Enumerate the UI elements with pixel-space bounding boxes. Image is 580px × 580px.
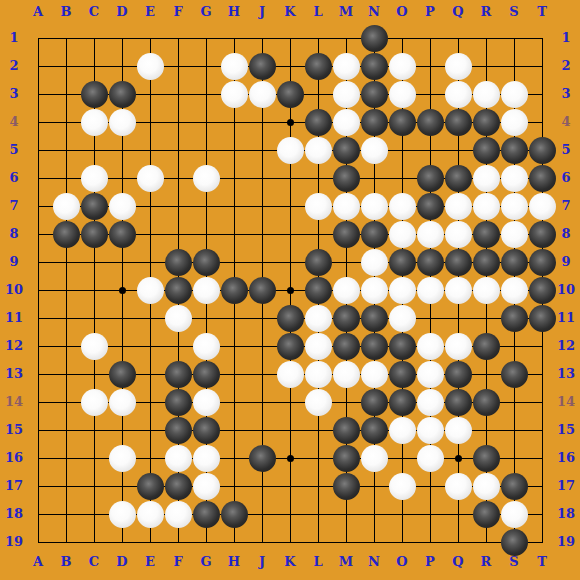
bottom-col-label-P: P: [416, 552, 444, 572]
bottom-col-label-Q: Q: [444, 552, 472, 572]
white-stone-S18[interactable]: [501, 501, 528, 528]
bottom-col-label-R: R: [472, 552, 500, 572]
black-stone-D3[interactable]: [109, 81, 136, 108]
bottom-col-label-S: S: [500, 552, 528, 572]
black-stone-G18[interactable]: [193, 501, 220, 528]
black-stone-N15[interactable]: [361, 417, 388, 444]
black-stone-L10[interactable]: [305, 277, 332, 304]
right-row-label-9: 9: [553, 248, 579, 276]
white-stone-N7[interactable]: [361, 193, 388, 220]
black-stone-R18[interactable]: [473, 501, 500, 528]
black-stone-S13[interactable]: [501, 361, 528, 388]
right-row-label-2: 2: [553, 52, 579, 80]
white-stone-D16[interactable]: [109, 445, 136, 472]
bottom-col-label-M: M: [332, 552, 360, 572]
white-stone-O7[interactable]: [389, 193, 416, 220]
black-stone-P7[interactable]: [417, 193, 444, 220]
top-col-label-C: C: [80, 2, 108, 22]
bottom-col-label-N: N: [360, 552, 388, 572]
top-col-label-H: H: [220, 2, 248, 22]
left-row-label-18: 18: [1, 500, 27, 528]
white-stone-P13[interactable]: [417, 361, 444, 388]
right-row-label-13: 13: [553, 360, 579, 388]
white-stone-P12[interactable]: [417, 333, 444, 360]
white-stone-M13[interactable]: [333, 361, 360, 388]
white-stone-M3[interactable]: [333, 81, 360, 108]
white-stone-S3[interactable]: [501, 81, 528, 108]
bottom-col-label-L: L: [304, 552, 332, 572]
black-stone-L2[interactable]: [305, 53, 332, 80]
left-row-label-15: 15: [1, 416, 27, 444]
left-row-label-1: 1: [1, 24, 27, 52]
bottom-col-label-G: G: [192, 552, 220, 572]
right-row-label-10: 10: [553, 276, 579, 304]
white-stone-F11[interactable]: [165, 305, 192, 332]
black-stone-T11[interactable]: [529, 305, 556, 332]
black-stone-M8[interactable]: [333, 221, 360, 248]
black-stone-R12[interactable]: [473, 333, 500, 360]
white-stone-E18[interactable]: [137, 501, 164, 528]
white-stone-E6[interactable]: [137, 165, 164, 192]
black-stone-F9[interactable]: [165, 249, 192, 276]
right-row-label-1: 1: [553, 24, 579, 52]
right-row-label-12: 12: [553, 332, 579, 360]
white-stone-L7[interactable]: [305, 193, 332, 220]
white-stone-Q2[interactable]: [445, 53, 472, 80]
black-stone-N11[interactable]: [361, 305, 388, 332]
white-stone-L5[interactable]: [305, 137, 332, 164]
white-stone-R17[interactable]: [473, 473, 500, 500]
black-stone-O12[interactable]: [389, 333, 416, 360]
white-stone-D4[interactable]: [109, 109, 136, 136]
top-col-label-E: E: [136, 2, 164, 22]
white-stone-P8[interactable]: [417, 221, 444, 248]
white-stone-P14[interactable]: [417, 389, 444, 416]
go-board[interactable]: ABCDEFGHJKLMNOPQRST ABCDEFGHJKLMNOPQRST …: [0, 0, 580, 580]
black-stone-N4[interactable]: [361, 109, 388, 136]
white-stone-Q17[interactable]: [445, 473, 472, 500]
top-col-label-D: D: [108, 2, 136, 22]
right-row-label-5: 5: [553, 136, 579, 164]
white-stone-E2[interactable]: [137, 53, 164, 80]
black-stone-R5[interactable]: [473, 137, 500, 164]
white-stone-G6[interactable]: [193, 165, 220, 192]
white-stone-D14[interactable]: [109, 389, 136, 416]
top-col-label-M: M: [332, 2, 360, 22]
white-stone-M10[interactable]: [333, 277, 360, 304]
stones-grid[interactable]: [24, 24, 556, 556]
left-row-label-2: 2: [1, 52, 27, 80]
left-row-label-6: 6: [1, 164, 27, 192]
top-col-label-A: A: [24, 2, 52, 22]
black-stone-O9[interactable]: [389, 249, 416, 276]
black-stone-R9[interactable]: [473, 249, 500, 276]
white-stone-O10[interactable]: [389, 277, 416, 304]
right-row-label-8: 8: [553, 220, 579, 248]
right-row-label-17: 17: [553, 472, 579, 500]
white-stone-O2[interactable]: [389, 53, 416, 80]
white-stone-L12[interactable]: [305, 333, 332, 360]
black-stone-H10[interactable]: [221, 277, 248, 304]
black-stone-M17[interactable]: [333, 473, 360, 500]
white-stone-P16[interactable]: [417, 445, 444, 472]
white-stone-C14[interactable]: [81, 389, 108, 416]
white-stone-M4[interactable]: [333, 109, 360, 136]
left-row-label-7: 7: [1, 192, 27, 220]
top-col-label-O: O: [388, 2, 416, 22]
white-stone-S4[interactable]: [501, 109, 528, 136]
black-stone-Q4[interactable]: [445, 109, 472, 136]
white-stone-G16[interactable]: [193, 445, 220, 472]
left-row-label-9: 9: [1, 248, 27, 276]
black-stone-N2[interactable]: [361, 53, 388, 80]
black-stone-M12[interactable]: [333, 333, 360, 360]
black-stone-K11[interactable]: [277, 305, 304, 332]
black-stone-F13[interactable]: [165, 361, 192, 388]
black-stone-K3[interactable]: [277, 81, 304, 108]
left-row-label-3: 3: [1, 80, 27, 108]
black-stone-S17[interactable]: [501, 473, 528, 500]
white-stone-S10[interactable]: [501, 277, 528, 304]
top-col-label-T: T: [528, 2, 556, 22]
right-row-label-7: 7: [553, 192, 579, 220]
white-stone-O3[interactable]: [389, 81, 416, 108]
black-stone-M11[interactable]: [333, 305, 360, 332]
top-col-label-B: B: [52, 2, 80, 22]
bottom-col-label-C: C: [80, 552, 108, 572]
white-stone-Q8[interactable]: [445, 221, 472, 248]
bottom-col-label-J: J: [248, 552, 276, 572]
white-stone-H3[interactable]: [221, 81, 248, 108]
black-stone-K12[interactable]: [277, 333, 304, 360]
black-stone-H18[interactable]: [221, 501, 248, 528]
white-stone-H2[interactable]: [221, 53, 248, 80]
black-stone-M16[interactable]: [333, 445, 360, 472]
bottom-col-label-T: T: [528, 552, 556, 572]
top-col-label-R: R: [472, 2, 500, 22]
top-col-label-N: N: [360, 2, 388, 22]
white-stone-C4[interactable]: [81, 109, 108, 136]
black-stone-B8[interactable]: [53, 221, 80, 248]
black-stone-Q14[interactable]: [445, 389, 472, 416]
left-row-label-13: 13: [1, 360, 27, 388]
black-stone-T6[interactable]: [529, 165, 556, 192]
white-stone-T7[interactable]: [529, 193, 556, 220]
black-stone-R14[interactable]: [473, 389, 500, 416]
black-stone-M6[interactable]: [333, 165, 360, 192]
white-stone-G17[interactable]: [193, 473, 220, 500]
black-stone-R8[interactable]: [473, 221, 500, 248]
white-stone-D18[interactable]: [109, 501, 136, 528]
white-stone-J3[interactable]: [249, 81, 276, 108]
left-row-label-4: 4: [1, 108, 27, 136]
bottom-col-label-E: E: [136, 552, 164, 572]
white-stone-G12[interactable]: [193, 333, 220, 360]
black-stone-S9[interactable]: [501, 249, 528, 276]
top-col-label-J: J: [248, 2, 276, 22]
right-row-label-4: 4: [553, 108, 579, 136]
white-stone-D7[interactable]: [109, 193, 136, 220]
white-stone-M2[interactable]: [333, 53, 360, 80]
black-stone-F10[interactable]: [165, 277, 192, 304]
black-stone-E17[interactable]: [137, 473, 164, 500]
black-stone-F15[interactable]: [165, 417, 192, 444]
bottom-col-label-F: F: [164, 552, 192, 572]
left-row-label-8: 8: [1, 220, 27, 248]
white-stone-Q3[interactable]: [445, 81, 472, 108]
black-stone-Q13[interactable]: [445, 361, 472, 388]
white-stone-L14[interactable]: [305, 389, 332, 416]
bottom-col-label-H: H: [220, 552, 248, 572]
black-stone-J10[interactable]: [249, 277, 276, 304]
black-stone-T5[interactable]: [529, 137, 556, 164]
white-stone-N13[interactable]: [361, 361, 388, 388]
white-stone-G14[interactable]: [193, 389, 220, 416]
top-col-label-S: S: [500, 2, 528, 22]
black-stone-G13[interactable]: [193, 361, 220, 388]
black-stone-P9[interactable]: [417, 249, 444, 276]
black-stone-N8[interactable]: [361, 221, 388, 248]
white-stone-L11[interactable]: [305, 305, 332, 332]
black-stone-N12[interactable]: [361, 333, 388, 360]
white-stone-N10[interactable]: [361, 277, 388, 304]
white-stone-O8[interactable]: [389, 221, 416, 248]
white-stone-P15[interactable]: [417, 417, 444, 444]
left-row-label-14: 14: [1, 388, 27, 416]
white-stone-S8[interactable]: [501, 221, 528, 248]
left-row-label-5: 5: [1, 136, 27, 164]
black-stone-L4[interactable]: [305, 109, 332, 136]
white-stone-F18[interactable]: [165, 501, 192, 528]
top-col-label-P: P: [416, 2, 444, 22]
white-stone-M7[interactable]: [333, 193, 360, 220]
left-row-label-12: 12: [1, 332, 27, 360]
top-col-label-L: L: [304, 2, 332, 22]
black-stone-T9[interactable]: [529, 249, 556, 276]
white-stone-Q15[interactable]: [445, 417, 472, 444]
left-row-label-10: 10: [1, 276, 27, 304]
black-stone-S11[interactable]: [501, 305, 528, 332]
white-stone-C12[interactable]: [81, 333, 108, 360]
white-stone-L13[interactable]: [305, 361, 332, 388]
black-stone-F17[interactable]: [165, 473, 192, 500]
black-stone-O4[interactable]: [389, 109, 416, 136]
right-row-label-11: 11: [553, 304, 579, 332]
right-row-label-16: 16: [553, 444, 579, 472]
black-stone-O13[interactable]: [389, 361, 416, 388]
black-stone-R4[interactable]: [473, 109, 500, 136]
black-stone-G15[interactable]: [193, 417, 220, 444]
left-row-label-17: 17: [1, 472, 27, 500]
black-stone-C7[interactable]: [81, 193, 108, 220]
black-stone-C8[interactable]: [81, 221, 108, 248]
white-stone-O15[interactable]: [389, 417, 416, 444]
white-stone-Q7[interactable]: [445, 193, 472, 220]
black-stone-Q6[interactable]: [445, 165, 472, 192]
left-row-label-19: 19: [1, 528, 27, 556]
right-row-label-14: 14: [553, 388, 579, 416]
white-stone-P10[interactable]: [417, 277, 444, 304]
white-stone-K5[interactable]: [277, 137, 304, 164]
white-stone-R7[interactable]: [473, 193, 500, 220]
white-stone-R10[interactable]: [473, 277, 500, 304]
right-row-label-6: 6: [553, 164, 579, 192]
black-stone-J2[interactable]: [249, 53, 276, 80]
white-stone-G10[interactable]: [193, 277, 220, 304]
bottom-col-label-D: D: [108, 552, 136, 572]
white-stone-K13[interactable]: [277, 361, 304, 388]
black-stone-T10[interactable]: [529, 277, 556, 304]
white-stone-N9[interactable]: [361, 249, 388, 276]
left-row-label-16: 16: [1, 444, 27, 472]
black-stone-N3[interactable]: [361, 81, 388, 108]
black-stone-P4[interactable]: [417, 109, 444, 136]
bottom-col-label-O: O: [388, 552, 416, 572]
black-stone-G9[interactable]: [193, 249, 220, 276]
white-stone-F16[interactable]: [165, 445, 192, 472]
top-col-label-K: K: [276, 2, 304, 22]
white-stone-C6[interactable]: [81, 165, 108, 192]
left-row-label-11: 11: [1, 304, 27, 332]
bottom-col-label-B: B: [52, 552, 80, 572]
right-row-label-19: 19: [553, 528, 579, 556]
black-stone-M15[interactable]: [333, 417, 360, 444]
bottom-col-label-A: A: [24, 552, 52, 572]
white-stone-O11[interactable]: [389, 305, 416, 332]
black-stone-O14[interactable]: [389, 389, 416, 416]
black-stone-J16[interactable]: [249, 445, 276, 472]
black-stone-R16[interactable]: [473, 445, 500, 472]
white-stone-N5[interactable]: [361, 137, 388, 164]
black-stone-T8[interactable]: [529, 221, 556, 248]
right-row-label-18: 18: [553, 500, 579, 528]
black-stone-N1[interactable]: [361, 25, 388, 52]
black-stone-D8[interactable]: [109, 221, 136, 248]
black-stone-L9[interactable]: [305, 249, 332, 276]
black-stone-C3[interactable]: [81, 81, 108, 108]
white-stone-S6[interactable]: [501, 165, 528, 192]
white-stone-S7[interactable]: [501, 193, 528, 220]
black-stone-M5[interactable]: [333, 137, 360, 164]
white-stone-Q10[interactable]: [445, 277, 472, 304]
white-stone-Q12[interactable]: [445, 333, 472, 360]
black-stone-P6[interactable]: [417, 165, 444, 192]
white-stone-E10[interactable]: [137, 277, 164, 304]
top-col-label-F: F: [164, 2, 192, 22]
right-row-label-3: 3: [553, 80, 579, 108]
black-stone-S5[interactable]: [501, 137, 528, 164]
black-stone-N14[interactable]: [361, 389, 388, 416]
black-stone-F14[interactable]: [165, 389, 192, 416]
black-stone-D13[interactable]: [109, 361, 136, 388]
right-row-label-15: 15: [553, 416, 579, 444]
bottom-col-label-K: K: [276, 552, 304, 572]
top-col-label-Q: Q: [444, 2, 472, 22]
white-stone-R6[interactable]: [473, 165, 500, 192]
top-col-label-G: G: [192, 2, 220, 22]
white-stone-N16[interactable]: [361, 445, 388, 472]
white-stone-R3[interactable]: [473, 81, 500, 108]
white-stone-B7[interactable]: [53, 193, 80, 220]
black-stone-Q9[interactable]: [445, 249, 472, 276]
white-stone-O17[interactable]: [389, 473, 416, 500]
